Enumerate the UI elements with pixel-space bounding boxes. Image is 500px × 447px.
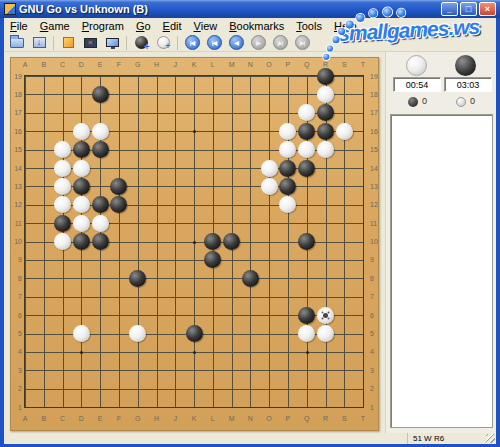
row-label: 2: [370, 385, 382, 392]
row-label: 14: [11, 165, 22, 172]
last-move-marker: [323, 313, 328, 318]
row-label: 3: [370, 367, 382, 374]
black-stone-D10: [73, 233, 90, 250]
column-label: J: [169, 415, 181, 422]
column-label: E: [94, 415, 106, 422]
black-stone-plus-icon: +: [135, 36, 148, 49]
row-label: 8: [370, 275, 382, 282]
black-stone-P14: [279, 160, 296, 177]
forward-variation-button-icon: ▶|: [273, 35, 288, 50]
forward-button-icon: ▶: [251, 35, 266, 50]
column-label: K: [188, 415, 200, 422]
toolbar-separator: [126, 36, 127, 50]
folder-open-icon: [10, 38, 24, 48]
white-stone-D11: [73, 215, 90, 232]
column-label: R: [320, 415, 332, 422]
black-stone-C11: [54, 215, 71, 232]
row-label: 15: [11, 146, 22, 153]
column-label: K: [188, 61, 200, 68]
computer-icon: [106, 38, 119, 47]
column-label: N: [244, 61, 256, 68]
move-list[interactable]: [390, 114, 493, 428]
back-button[interactable]: ◀: [225, 34, 247, 51]
column-label: F: [113, 415, 125, 422]
menu-bar: FileGameProgramGoEditViewBookmarksToolsH…: [4, 18, 496, 34]
column-label: T: [357, 415, 369, 422]
black-stone-Q16: [298, 123, 315, 140]
row-label: 1: [11, 404, 22, 411]
toolbar: ↓×++|◀|◀◀▶▶|▶|: [4, 34, 496, 52]
row-label: 4: [370, 348, 382, 355]
title-bar: GNU Go vs Unknown (B) _ □ ×: [0, 0, 500, 18]
side-panel: 00:54 03:03 0 0: [385, 52, 496, 433]
white-stone-R18: [317, 86, 334, 103]
window-border-left: [0, 18, 4, 447]
last-move-button[interactable]: ▶|: [291, 34, 313, 51]
row-label: 17: [370, 109, 382, 116]
save-button[interactable]: ↓: [28, 34, 50, 51]
status-separator: [407, 433, 408, 444]
menu-tools[interactable]: Tools: [290, 19, 328, 33]
row-label: 11: [370, 220, 382, 227]
white-player-stone-icon: [406, 55, 427, 76]
white-prisoners-icon: [456, 97, 466, 107]
row-label: 4: [11, 348, 22, 355]
white-stone-R6: [317, 307, 334, 324]
column-label: H: [151, 415, 163, 422]
column-label: J: [169, 61, 181, 68]
row-label: 10: [11, 238, 22, 245]
menu-edit[interactable]: Edit: [157, 19, 188, 33]
column-label: D: [75, 415, 87, 422]
window-border-right: [496, 18, 500, 447]
white-stone-D5: [73, 325, 90, 342]
back-button-icon: ◀: [229, 35, 244, 50]
row-label: 17: [11, 109, 22, 116]
white-stone-E16: [92, 123, 109, 140]
white-stone-C10: [54, 233, 71, 250]
board-tile-icon: [63, 37, 74, 48]
row-label: 6: [370, 312, 382, 319]
row-label: 18: [370, 91, 382, 98]
app-window: GNU Go vs Unknown (B) _ □ × FileGameProg…: [0, 0, 500, 447]
black-stone-D13: [73, 178, 90, 195]
black-clock: 03:03: [444, 77, 492, 92]
close-button[interactable]: ×: [479, 2, 496, 16]
minimize-button[interactable]: _: [441, 2, 458, 16]
black-stone-E10: [92, 233, 109, 250]
black-prisoners-count: 0: [422, 96, 427, 106]
row-label: 12: [370, 201, 382, 208]
row-label: 6: [11, 312, 22, 319]
star-point: [193, 241, 196, 244]
open-button[interactable]: [6, 34, 28, 51]
column-label: H: [151, 61, 163, 68]
toolbar-separator: [177, 36, 178, 50]
column-label: P: [282, 415, 294, 422]
row-label: 16: [370, 128, 382, 135]
black-stone-R16: [317, 123, 334, 140]
toolbar-separator: [53, 36, 54, 50]
row-label: 10: [370, 238, 382, 245]
menu-view[interactable]: View: [188, 19, 224, 33]
status-move-text: 51 W R6: [413, 434, 444, 443]
white-stone-R5: [317, 325, 334, 342]
row-label: 11: [11, 220, 22, 227]
column-label: B: [38, 61, 50, 68]
column-label: L: [207, 61, 219, 68]
white-stone-plus-icon: +: [157, 36, 170, 49]
black-stone-Q14: [298, 160, 315, 177]
black-stone-E15: [92, 141, 109, 158]
row-label: 19: [370, 73, 382, 80]
white-stone-O13: [261, 178, 278, 195]
row-label: 13: [11, 183, 22, 190]
black-stone-E12: [92, 196, 109, 213]
go-board[interactable]: AA1919BB1818CC1717DD1616EE1515FF1414GG13…: [10, 57, 379, 431]
column-label: B: [38, 415, 50, 422]
row-label: 8: [11, 275, 22, 282]
column-label: O: [263, 61, 275, 68]
row-label: 3: [11, 367, 22, 374]
black-stone-M10: [223, 233, 240, 250]
menu-program[interactable]: Program: [76, 19, 130, 33]
white-clock: 00:54: [393, 77, 441, 92]
first-move-button-icon: |◀: [185, 35, 200, 50]
column-label: C: [57, 415, 69, 422]
white-stone-D14: [73, 160, 90, 177]
row-label: 1: [370, 404, 382, 411]
row-label: 15: [370, 146, 382, 153]
content-area: AA1919BB1818CC1717DD1616EE1515FF1414GG13…: [4, 52, 496, 433]
column-label: M: [226, 415, 238, 422]
screen-close-icon: ×: [84, 38, 97, 48]
row-label: 12: [11, 201, 22, 208]
forward-variation-button[interactable]: ▶|: [269, 34, 291, 51]
menu-file[interactable]: File: [4, 19, 34, 33]
column-label: A: [19, 61, 31, 68]
row-label: 9: [11, 256, 22, 263]
black-player-stone-icon: [455, 55, 476, 76]
maximize-button[interactable]: □: [460, 2, 477, 16]
menu-help[interactable]: Help: [328, 19, 363, 33]
white-stone-D16: [73, 123, 90, 140]
detach-program-button[interactable]: ×: [79, 34, 101, 51]
row-label: 14: [370, 165, 382, 172]
column-label: F: [113, 61, 125, 68]
row-label: 19: [11, 73, 22, 80]
add-black-stone-button[interactable]: +: [130, 34, 152, 51]
back-variation-button[interactable]: |◀: [203, 34, 225, 51]
column-label: T: [357, 61, 369, 68]
column-label: Q: [301, 61, 313, 68]
black-stone-E18: [92, 86, 109, 103]
star-point: [306, 351, 309, 354]
black-stone-D15: [73, 141, 90, 158]
white-stone-S16: [336, 123, 353, 140]
menu-go[interactable]: Go: [130, 19, 157, 33]
status-bar: 51 W R6: [4, 433, 496, 444]
column-label: N: [244, 415, 256, 422]
column-label: R: [320, 61, 332, 68]
row-label: 7: [11, 293, 22, 300]
black-stone-Q6: [298, 307, 315, 324]
black-stone-G8: [129, 270, 146, 287]
first-move-button[interactable]: |◀: [181, 34, 203, 51]
column-label: Q: [301, 415, 313, 422]
save-icon: ↓: [33, 37, 46, 48]
column-label: D: [75, 61, 87, 68]
white-stone-E11: [92, 215, 109, 232]
row-label: 2: [11, 385, 22, 392]
white-stone-P16: [279, 123, 296, 140]
black-stone-K5: [186, 325, 203, 342]
white-prisoners-count: 0: [470, 96, 475, 106]
white-stone-C13: [54, 178, 71, 195]
column-label: G: [132, 415, 144, 422]
column-label: O: [263, 415, 275, 422]
black-prisoners-icon: [408, 97, 418, 107]
star-point: [193, 351, 196, 354]
column-label: S: [338, 415, 350, 422]
column-label: S: [338, 61, 350, 68]
add-white-stone-button[interactable]: +: [152, 34, 174, 51]
row-label: 9: [370, 256, 382, 263]
column-label: E: [94, 61, 106, 68]
column-label: L: [207, 415, 219, 422]
row-label: 16: [11, 128, 22, 135]
row-label: 5: [11, 330, 22, 337]
column-label: M: [226, 61, 238, 68]
column-label: A: [19, 415, 31, 422]
column-label: P: [282, 61, 294, 68]
forward-button[interactable]: ▶: [247, 34, 269, 51]
last-move-button-icon: ▶|: [295, 35, 310, 50]
column-label: C: [57, 61, 69, 68]
black-stone-N8: [242, 270, 259, 287]
app-icon: [4, 3, 16, 15]
back-variation-button-icon: |◀: [207, 35, 222, 50]
column-label: G: [132, 61, 144, 68]
menu-bookmarks[interactable]: Bookmarks: [223, 19, 290, 33]
menu-game[interactable]: Game: [34, 19, 76, 33]
new-board-button[interactable]: [57, 34, 79, 51]
resize-grip[interactable]: [486, 434, 495, 443]
row-label: 7: [370, 293, 382, 300]
attach-program-button[interactable]: [101, 34, 123, 51]
white-stone-O14: [261, 160, 278, 177]
row-label: 18: [11, 91, 22, 98]
white-stone-C14: [54, 160, 71, 177]
black-stone-R19: [317, 68, 334, 85]
window-title: GNU Go vs Unknown (B): [19, 3, 148, 15]
white-stone-D12: [73, 196, 90, 213]
row-label: 13: [370, 183, 382, 190]
row-label: 5: [370, 330, 382, 337]
white-stone-R15: [317, 141, 334, 158]
